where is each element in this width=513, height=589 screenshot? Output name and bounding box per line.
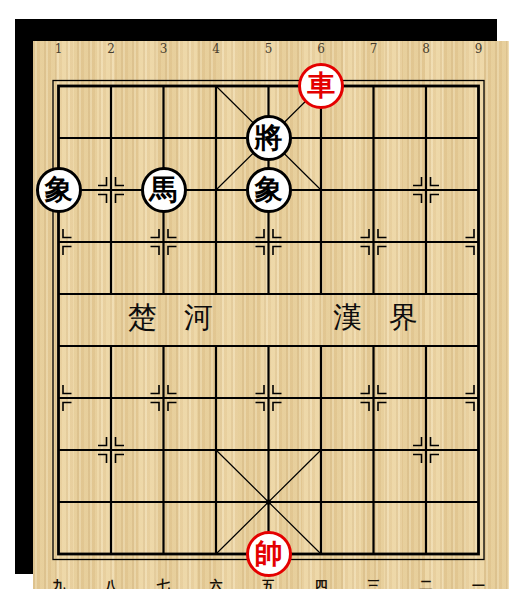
board-point-f5r2[interactable]: 將 — [242, 112, 295, 164]
board-point-f9r9[interactable] — [452, 476, 505, 528]
board-point-f6r5[interactable] — [295, 268, 348, 320]
board-point-f9r1[interactable] — [452, 60, 505, 112]
board-point-f7r2[interactable] — [347, 112, 400, 164]
board-point-f1r6[interactable] — [32, 320, 85, 372]
board-point-f3r6[interactable] — [137, 320, 190, 372]
board-point-f2r4[interactable] — [85, 216, 138, 268]
board-point-f3r2[interactable] — [137, 112, 190, 164]
board-point-f1r8[interactable] — [32, 424, 85, 476]
board-point-f7r3[interactable] — [347, 164, 400, 216]
board-point-f5r1[interactable] — [242, 60, 295, 112]
board-point-f8r10[interactable] — [400, 528, 453, 580]
board-point-f8r3[interactable] — [400, 164, 453, 216]
board-point-f8r8[interactable] — [400, 424, 453, 476]
board-point-f6r10[interactable] — [295, 528, 348, 580]
board-point-f6r2[interactable] — [295, 112, 348, 164]
board-point-f3r4[interactable] — [137, 216, 190, 268]
board-point-f6r7[interactable] — [295, 372, 348, 424]
board-point-f5r10[interactable]: 帥 — [242, 528, 295, 580]
board-point-f1r2[interactable] — [32, 112, 85, 164]
board-point-f5r6[interactable] — [242, 320, 295, 372]
board-point-f3r7[interactable] — [137, 372, 190, 424]
board-point-f8r5[interactable] — [400, 268, 453, 320]
board-point-f4r10[interactable] — [190, 528, 243, 580]
board-point-f6r4[interactable] — [295, 216, 348, 268]
board-point-f2r3[interactable] — [85, 164, 138, 216]
board-point-f1r10[interactable] — [32, 528, 85, 580]
board-point-f2r9[interactable] — [85, 476, 138, 528]
board-point-f6r9[interactable] — [295, 476, 348, 528]
board-point-f2r1[interactable] — [85, 60, 138, 112]
board-point-f3r5[interactable] — [137, 268, 190, 320]
board-point-f2r7[interactable] — [85, 372, 138, 424]
board-point-f9r3[interactable] — [452, 164, 505, 216]
board-point-f8r1[interactable] — [400, 60, 453, 112]
board-point-f5r3[interactable]: 象 — [242, 164, 295, 216]
board-point-f1r5[interactable] — [32, 268, 85, 320]
board-point-f8r9[interactable] — [400, 476, 453, 528]
board-point-f7r1[interactable] — [347, 60, 400, 112]
board-point-f5r8[interactable] — [242, 424, 295, 476]
board-point-f9r8[interactable] — [452, 424, 505, 476]
board-point-f6r6[interactable] — [295, 320, 348, 372]
black-horse[interactable]: 馬 — [141, 167, 187, 213]
board-point-f3r10[interactable] — [137, 528, 190, 580]
board-points-grid: 車將象馬象帥 — [32, 60, 505, 580]
black-elephant-center[interactable]: 象 — [246, 167, 292, 213]
board-point-f4r3[interactable] — [190, 164, 243, 216]
xiangqi-board: 楚 河 漢 界 123456789 九八七六五四三二一 車將象馬象帥 — [33, 41, 509, 589]
board-point-f5r9[interactable] — [242, 476, 295, 528]
board-point-f1r1[interactable] — [32, 60, 85, 112]
file-label-top-9: 9 — [475, 42, 483, 56]
red-general[interactable]: 帥 — [246, 531, 292, 577]
board-point-f4r7[interactable] — [190, 372, 243, 424]
board-point-f4r2[interactable] — [190, 112, 243, 164]
board-frame: 楚 河 漢 界 123456789 九八七六五四三二一 車將象馬象帥 — [15, 19, 497, 574]
board-point-f3r9[interactable] — [137, 476, 190, 528]
board-point-f4r5[interactable] — [190, 268, 243, 320]
board-point-f4r8[interactable] — [190, 424, 243, 476]
file-label-top-8: 8 — [422, 42, 430, 56]
board-point-f1r9[interactable] — [32, 476, 85, 528]
file-label-top-2: 2 — [107, 42, 115, 56]
board-point-f8r2[interactable] — [400, 112, 453, 164]
board-point-f1r7[interactable] — [32, 372, 85, 424]
board-point-f8r7[interactable] — [400, 372, 453, 424]
board-point-f6r3[interactable] — [295, 164, 348, 216]
board-point-f7r9[interactable] — [347, 476, 400, 528]
board-point-f3r1[interactable] — [137, 60, 190, 112]
board-point-f2r5[interactable] — [85, 268, 138, 320]
board-point-f9r6[interactable] — [452, 320, 505, 372]
board-point-f5r4[interactable] — [242, 216, 295, 268]
board-point-f2r2[interactable] — [85, 112, 138, 164]
board-point-f1r4[interactable] — [32, 216, 85, 268]
board-point-f4r1[interactable] — [190, 60, 243, 112]
board-point-f6r8[interactable] — [295, 424, 348, 476]
red-chariot[interactable]: 車 — [298, 63, 344, 109]
black-elephant-left[interactable]: 象 — [36, 167, 82, 213]
board-point-f9r10[interactable] — [452, 528, 505, 580]
board-point-f8r4[interactable] — [400, 216, 453, 268]
board-point-f2r8[interactable] — [85, 424, 138, 476]
board-point-f9r4[interactable] — [452, 216, 505, 268]
board-point-f5r7[interactable] — [242, 372, 295, 424]
board-point-f1r3[interactable]: 象 — [32, 164, 85, 216]
board-point-f4r4[interactable] — [190, 216, 243, 268]
file-label-top-6: 6 — [317, 42, 325, 56]
file-label-top-7: 7 — [370, 42, 378, 56]
board-point-f6r1[interactable]: 車 — [295, 60, 348, 112]
board-point-f4r6[interactable] — [190, 320, 243, 372]
file-label-top-3: 3 — [160, 42, 168, 56]
board-point-f2r10[interactable] — [85, 528, 138, 580]
board-point-f7r6[interactable] — [347, 320, 400, 372]
board-point-f9r7[interactable] — [452, 372, 505, 424]
file-label-top-1: 1 — [55, 42, 63, 56]
board-point-f7r8[interactable] — [347, 424, 400, 476]
board-point-f9r5[interactable] — [452, 268, 505, 320]
file-label-top-5: 5 — [265, 42, 273, 56]
file-label-top-4: 4 — [212, 42, 220, 56]
board-point-f9r2[interactable] — [452, 112, 505, 164]
board-point-f7r10[interactable] — [347, 528, 400, 580]
board-point-f7r5[interactable] — [347, 268, 400, 320]
xiangqi-diagram: { "game": "xiangqi", "position": { "fen"… — [0, 0, 513, 589]
board-point-f7r7[interactable] — [347, 372, 400, 424]
board-point-f2r6[interactable] — [85, 320, 138, 372]
board-point-f8r6[interactable] — [400, 320, 453, 372]
board-point-f3r3[interactable]: 馬 — [137, 164, 190, 216]
board-point-f4r9[interactable] — [190, 476, 243, 528]
board-point-f5r5[interactable] — [242, 268, 295, 320]
board-point-f7r4[interactable] — [347, 216, 400, 268]
black-general[interactable]: 將 — [246, 115, 292, 161]
board-point-f3r8[interactable] — [137, 424, 190, 476]
